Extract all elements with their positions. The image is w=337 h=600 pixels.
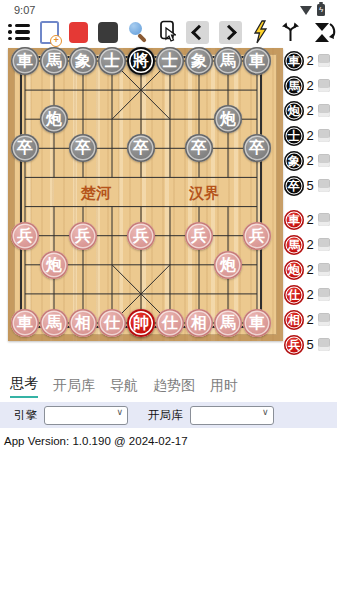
tray-count: 5 [305,337,315,352]
red-tray: 車2馬2炮2仕2相2兵5 [284,207,337,357]
app-version-text: App Version: 1.0.190 @ 2024-02-17 [0,428,337,447]
move-list-icon[interactable] [8,24,30,41]
wifi-icon [300,6,312,15]
opening-book-label: 开局库 [148,408,183,423]
tray-count: 2 [305,103,315,118]
piece-red[interactable]: 仕 [98,309,126,337]
piece-red[interactable]: 車 [11,309,39,337]
tab-navigation[interactable]: 导航 [110,377,138,398]
piece-black[interactable]: 象 [185,47,213,75]
tray-slot-button[interactable] [318,54,330,67]
tray-row: 馬2 [284,73,337,98]
tray-piece-red[interactable]: 相 [284,310,304,330]
tray-piece-black[interactable]: 馬 [284,76,304,96]
tray-piece-red[interactable]: 炮 [284,260,304,280]
tab-opening-book[interactable]: 开局库 [53,377,95,398]
piece-black[interactable]: 士 [156,47,184,75]
tray-piece-black[interactable]: 象 [284,151,304,171]
piece-black[interactable]: 車 [243,47,271,75]
river-left-label: 楚河 [80,184,112,201]
flip-board-icon[interactable] [312,21,337,44]
tray-piece-black[interactable]: 車 [284,51,304,71]
tray-row: 卒5 [284,173,337,198]
tray-row: 車2 [284,207,337,232]
tray-piece-black[interactable]: 炮 [284,101,304,121]
branch-icon[interactable] [279,21,302,43]
board[interactable]: 楚河 汉界 車馬象士將士象馬車炮炮卒卒卒卒卒兵兵兵兵兵炮炮車馬相仕帥仕相馬車 [8,48,283,341]
tray-count: 2 [305,53,315,68]
engine-label: 引擎 [14,408,37,423]
tray-row: 仕2 [284,282,337,307]
tray-count: 2 [305,212,315,227]
piece-red[interactable]: 兵 [243,222,271,250]
red-square-icon[interactable] [69,22,88,43]
tab-trend-chart[interactable]: 趋势图 [153,377,195,398]
opening-book-select[interactable] [190,406,274,425]
tray-count: 2 [305,262,315,277]
river-right-label: 汉界 [188,184,219,201]
tray-slot-button[interactable] [318,213,330,226]
tray-count: 2 [305,153,315,168]
tray-slot-button[interactable] [318,288,330,301]
tab-time-used[interactable]: 用时 [210,377,238,398]
board-grid: 楚河 汉界 [8,48,283,341]
piece-black-general-selected[interactable]: 將 [127,47,155,75]
tab-thinking[interactable]: 思考 [10,375,38,398]
tray-piece-black[interactable]: 士 [284,126,304,146]
tray-piece-red[interactable]: 馬 [284,235,304,255]
piece-red[interactable]: 馬 [214,309,242,337]
tray-row: 相2 [284,307,337,332]
new-file-icon[interactable]: + [40,21,59,44]
piece-red[interactable]: 相 [185,309,213,337]
piece-red[interactable]: 兵 [11,222,39,250]
piece-black[interactable]: 車 [11,47,39,75]
piece-red[interactable]: 仕 [156,309,184,337]
tray-count: 2 [305,237,315,252]
piece-red[interactable]: 炮 [214,251,242,279]
piece-red[interactable]: 兵 [127,222,155,250]
tab-bar: 思考 开局库 导航 趋势图 用时 [0,377,337,398]
black-tray: 車2馬2炮2士2象2卒5 [284,48,337,198]
black-square-icon[interactable] [98,22,117,43]
tray-row: 士2 [284,123,337,148]
tray-slot-button[interactable] [318,179,330,192]
control-bar: 引擎 ∨ 开局库 ∨ [0,402,337,428]
tray-piece-black[interactable]: 卒 [284,176,304,196]
clock: 9:07 [14,4,35,16]
piece-red-general-selected[interactable]: 帥 [127,309,155,337]
tray-row: 炮2 [284,257,337,282]
tray-slot-button[interactable] [318,104,330,117]
back-icon[interactable] [186,21,209,44]
tray-row: 馬2 [284,232,337,257]
piece-red[interactable]: 炮 [40,251,68,279]
tap-icon[interactable] [158,20,176,44]
tray-slot-button[interactable] [318,263,330,276]
capture-tray: 車2馬2炮2士2象2卒5 車2馬2炮2仕2相2兵5 [283,48,337,357]
tray-slot-button[interactable] [318,154,330,167]
battery-charging-icon: ϟ [317,4,325,16]
engine-select[interactable] [44,406,128,425]
tray-slot-button[interactable] [318,129,330,142]
tray-count: 5 [305,178,315,193]
piece-red[interactable]: 兵 [185,222,213,250]
tray-piece-red[interactable]: 兵 [284,335,304,355]
piece-red[interactable]: 相 [69,309,97,337]
tray-row: 象2 [284,148,337,173]
piece-black[interactable]: 馬 [40,47,68,75]
piece-black[interactable]: 馬 [214,47,242,75]
tray-row: 炮2 [284,98,337,123]
tray-piece-red[interactable]: 仕 [284,285,304,305]
tray-row: 車2 [284,48,337,73]
forward-icon[interactable] [219,21,242,44]
tray-slot-button[interactable] [318,338,330,351]
piece-red[interactable]: 兵 [69,222,97,250]
tray-count: 2 [305,287,315,302]
tray-count: 2 [305,78,315,93]
status-bar: 9:07 ϟ [0,0,337,18]
tray-row: 兵5 [284,332,337,357]
piece-red[interactable]: 馬 [40,309,68,337]
tray-slot-button[interactable] [318,238,330,251]
piece-black[interactable]: 士 [98,47,126,75]
tray-slot-button[interactable] [318,313,330,326]
piece-red[interactable]: 車 [243,309,271,337]
tray-count: 2 [305,312,315,327]
piece-black[interactable]: 象 [69,47,97,75]
toolbar: + [0,18,337,45]
lightning-engine-icon[interactable] [252,20,269,44]
tray-piece-red[interactable]: 車 [284,210,304,230]
tray-count: 2 [305,128,315,143]
tray-slot-button[interactable] [318,79,330,92]
search-icon[interactable] [128,21,148,43]
